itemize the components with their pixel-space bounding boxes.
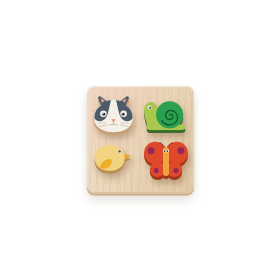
tray-cell-top-right [142,92,190,138]
snail-piece[interactable] [142,96,188,134]
cat-right-eye-highlight [122,113,123,114]
butterfly-icon [143,140,189,181]
chick-icon [91,142,135,176]
cat-piece[interactable] [90,94,137,137]
chick-eye-highlight [119,151,120,152]
butterfly-right-pupil [167,150,169,152]
cat-left-pupil [103,113,106,116]
product-photo [0,0,280,280]
butterfly-left-pupil [164,150,166,152]
butterfly-antenna-tip-left [160,143,162,145]
tray-cell-bottom-right [142,140,190,186]
chick-eye [118,150,120,152]
butterfly-antenna-tip-right [171,143,173,145]
tray-cell-bottom-left [92,140,140,186]
chick-piece[interactable] [91,142,135,176]
snail-icon [142,96,188,134]
cat-left-eye-highlight [103,113,104,114]
snail-pupil [149,107,151,109]
chick-body [94,145,124,171]
butterfly-piece[interactable] [143,140,189,181]
cat-icon [90,94,137,137]
cat-right-pupil [122,113,125,116]
puzzle-board [87,86,194,192]
tray-cell-top-left [92,92,140,138]
